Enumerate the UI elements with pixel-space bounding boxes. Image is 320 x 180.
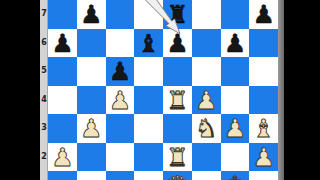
square-e5[interactable] [163, 57, 192, 86]
square-a2[interactable]: ♟ [48, 143, 77, 172]
square-b3[interactable]: ♟ [77, 114, 106, 143]
piece-white-king-g1[interactable]: ♚ [221, 171, 250, 180]
square-e4[interactable]: ♜ [163, 86, 192, 115]
square-c4[interactable]: ♟ [106, 86, 135, 115]
rank-label-3: 3 [40, 124, 48, 132]
piece-white-pawn-a2[interactable]: ♟ [48, 143, 77, 172]
square-c7[interactable] [106, 0, 135, 29]
piece-white-rook-e4[interactable]: ♜ [163, 86, 192, 115]
rank-label-2: 2 [40, 153, 48, 161]
piece-black-pawn-a6[interactable]: ♟ [48, 29, 77, 58]
piece-black-bishop-d6[interactable]: ♝ [134, 29, 163, 58]
board-right-edge [278, 0, 284, 180]
square-g4[interactable] [221, 86, 250, 115]
square-g7[interactable] [221, 0, 250, 29]
square-h4[interactable] [249, 86, 278, 115]
piece-black-pawn-h7[interactable]: ♟ [249, 0, 278, 29]
piece-black-pawn-e6[interactable]: ♟ [163, 29, 192, 58]
piece-white-queen-e1[interactable]: ♛ [163, 171, 192, 180]
square-c3[interactable] [106, 114, 135, 143]
square-e6[interactable]: ♟ [163, 29, 192, 58]
square-f4[interactable]: ♟ [192, 86, 221, 115]
rank-label-4: 4 [40, 96, 48, 104]
square-b2[interactable] [77, 143, 106, 172]
square-a6[interactable]: ♟ [48, 29, 77, 58]
square-h2[interactable]: ♟ [249, 143, 278, 172]
square-d6[interactable]: ♝ [134, 29, 163, 58]
square-e3[interactable] [163, 114, 192, 143]
square-f3[interactable]: ♞ [192, 114, 221, 143]
square-c5[interactable]: ♟ [106, 57, 135, 86]
square-g3[interactable]: ♟ [221, 114, 250, 143]
square-d4[interactable] [134, 86, 163, 115]
square-b4[interactable] [77, 86, 106, 115]
rank-label-7: 7 [40, 10, 48, 18]
piece-white-pawn-b3[interactable]: ♟ [77, 114, 106, 143]
square-f6[interactable] [192, 29, 221, 58]
square-f1[interactable] [192, 171, 221, 180]
piece-white-pawn-h2[interactable]: ♟ [249, 143, 278, 172]
square-b1[interactable] [77, 171, 106, 180]
square-d2[interactable] [134, 143, 163, 172]
square-a3[interactable] [48, 114, 77, 143]
square-c1[interactable] [106, 171, 135, 180]
rank-label-6: 6 [40, 39, 48, 47]
square-e1[interactable]: ♛ [163, 171, 192, 180]
piece-black-rook-e7[interactable]: ♜ [163, 0, 192, 29]
square-e2[interactable]: ♜ [163, 143, 192, 172]
square-h7[interactable]: ♟ [249, 0, 278, 29]
square-b6[interactable] [77, 29, 106, 58]
square-b7[interactable]: ♟ [77, 0, 106, 29]
square-g1[interactable]: ♚ [221, 171, 250, 180]
piece-white-pawn-f4[interactable]: ♟ [192, 86, 221, 115]
piece-white-pawn-c4[interactable]: ♟ [106, 86, 135, 115]
square-f7[interactable] [192, 0, 221, 29]
app-background: { "game": "chess", "position": { "fen": … [0, 0, 320, 180]
square-d1[interactable] [134, 171, 163, 180]
chess-board[interactable]: ♟♜♟♟♝♟♟♟♟♜♟♟♞♟♝♟♜♟♛♚ [48, 0, 278, 180]
piece-black-pawn-b7[interactable]: ♟ [77, 0, 106, 29]
piece-white-pawn-g3[interactable]: ♟ [221, 114, 250, 143]
piece-white-bishop-h3[interactable]: ♝ [249, 114, 278, 143]
square-d3[interactable] [134, 114, 163, 143]
square-h5[interactable] [249, 57, 278, 86]
square-e7[interactable]: ♜ [163, 0, 192, 29]
rank-label-strip: 7654321 [40, 0, 48, 180]
square-f2[interactable] [192, 143, 221, 172]
piece-black-pawn-c5[interactable]: ♟ [106, 57, 135, 86]
rank-label-5: 5 [40, 67, 48, 75]
piece-white-rook-e2[interactable]: ♜ [163, 143, 192, 172]
square-c2[interactable] [106, 143, 135, 172]
square-h6[interactable] [249, 29, 278, 58]
piece-white-knight-f3[interactable]: ♞ [192, 114, 221, 143]
square-g5[interactable] [221, 57, 250, 86]
square-d5[interactable] [134, 57, 163, 86]
square-a5[interactable] [48, 57, 77, 86]
square-g6[interactable]: ♟ [221, 29, 250, 58]
square-g2[interactable] [221, 143, 250, 172]
square-d7[interactable] [134, 0, 163, 29]
square-a7[interactable] [48, 0, 77, 29]
square-a4[interactable] [48, 86, 77, 115]
square-h3[interactable]: ♝ [249, 114, 278, 143]
piece-black-pawn-g6[interactable]: ♟ [221, 29, 250, 58]
square-c6[interactable] [106, 29, 135, 58]
square-f5[interactable] [192, 57, 221, 86]
square-a1[interactable] [48, 171, 77, 180]
square-b5[interactable] [77, 57, 106, 86]
square-h1[interactable] [249, 171, 278, 180]
